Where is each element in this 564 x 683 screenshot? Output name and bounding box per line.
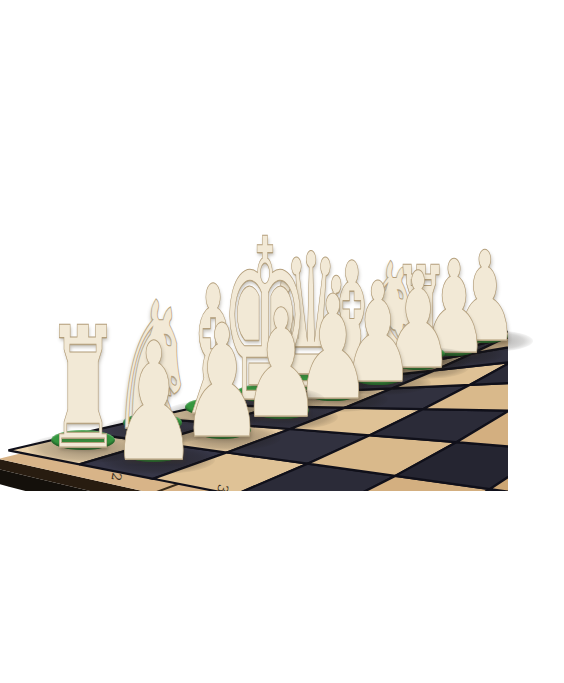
board-square: [555, 343, 564, 381]
piece-white-pawn-h2: ♟: [110, 321, 198, 484]
board-square: [419, 489, 564, 551]
board-square: [522, 503, 564, 573]
rim-rank-label: 3: [214, 483, 231, 495]
board-square: [509, 377, 564, 412]
product-photo: 23 ♟♟♜♞♟♝♟♛♟♚♝♟♞♟♜♟: [0, 0, 564, 683]
board-square: [550, 412, 564, 457]
board-square: [547, 300, 564, 340]
